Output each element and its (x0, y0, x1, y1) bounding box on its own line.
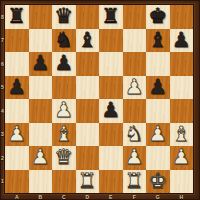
square-c8[interactable]: ♛ (52, 5, 76, 29)
white-pawn-g3-piece[interactable]: ♟ (148, 123, 167, 144)
square-e7[interactable] (99, 29, 123, 53)
square-c2[interactable]: ♛ (52, 146, 76, 170)
black-pawn-c6-piece[interactable]: ♟ (54, 53, 73, 74)
white-bishop-c3-piece[interactable]: ♝ (54, 123, 73, 144)
file-label-g: G (146, 193, 170, 200)
black-pawn-e4-piece[interactable]: ♟ (101, 100, 120, 121)
file-label-h: H (170, 193, 194, 200)
rank-label-8: 8 (0, 5, 5, 29)
square-h8[interactable] (170, 5, 194, 29)
square-f7[interactable] (123, 29, 147, 53)
square-b3[interactable] (29, 123, 53, 147)
square-c5[interactable] (52, 76, 76, 100)
white-knight-f3-piece[interactable]: ♞ (125, 123, 144, 144)
square-f6[interactable] (123, 52, 147, 76)
square-f1[interactable]: ♜ (123, 170, 147, 194)
rank-label-5: 5 (0, 76, 5, 100)
square-h4[interactable] (170, 99, 194, 123)
white-king-g1-piece[interactable]: ♚ (148, 170, 167, 191)
square-d1[interactable]: ♜ (76, 170, 100, 194)
rank-label-6: 6 (0, 52, 5, 76)
square-b4[interactable] (29, 99, 53, 123)
square-c6[interactable]: ♟ (52, 52, 76, 76)
file-label-d: D (76, 193, 100, 200)
black-king-g8-piece[interactable]: ♚ (148, 6, 167, 27)
square-d5[interactable] (76, 76, 100, 100)
square-a7[interactable] (5, 29, 29, 53)
square-f3[interactable]: ♞ (123, 123, 147, 147)
file-label-f: F (123, 193, 147, 200)
square-h7[interactable]: ♟ (170, 29, 194, 53)
square-f2[interactable]: ♟ (123, 146, 147, 170)
white-pawn-f2-piece[interactable]: ♟ (125, 147, 144, 168)
square-b8[interactable] (29, 5, 53, 29)
square-e8[interactable]: ♜ (99, 5, 123, 29)
black-pawn-h7-piece[interactable]: ♟ (172, 29, 191, 50)
square-e6[interactable] (99, 52, 123, 76)
square-h5[interactable] (170, 76, 194, 100)
square-d8[interactable] (76, 5, 100, 29)
rank-label-7: 7 (0, 29, 5, 53)
square-a5[interactable]: ♟ (5, 76, 29, 100)
square-d3[interactable] (76, 123, 100, 147)
square-c3[interactable]: ♝ (52, 123, 76, 147)
square-g6[interactable] (146, 52, 170, 76)
square-c1[interactable] (52, 170, 76, 194)
square-h3[interactable]: ♝ (170, 123, 194, 147)
black-bishop-g7-piece[interactable]: ♝ (148, 29, 167, 50)
white-pawn-h2-piece[interactable]: ♟ (172, 147, 191, 168)
square-h2[interactable]: ♟ (170, 146, 194, 170)
file-label-e: E (99, 193, 123, 200)
white-rook-f1-piece[interactable]: ♜ (125, 170, 144, 191)
white-bishop-h3-piece[interactable]: ♝ (172, 123, 191, 144)
square-b2[interactable]: ♟ (29, 146, 53, 170)
square-c4[interactable]: ♟ (52, 99, 76, 123)
square-c7[interactable]: ♞ (52, 29, 76, 53)
square-g4[interactable] (146, 99, 170, 123)
black-knight-c7-piece[interactable]: ♞ (54, 29, 73, 50)
black-queen-c8-piece[interactable]: ♛ (54, 6, 73, 27)
square-a4[interactable] (5, 99, 29, 123)
white-pawn-b2-piece[interactable]: ♟ (31, 147, 50, 168)
square-a8[interactable]: ♜ (5, 5, 29, 29)
file-label-a: A (5, 193, 29, 200)
rank-label-3: 3 (0, 123, 5, 147)
black-rook-a8-piece[interactable]: ♜ (7, 6, 26, 27)
file-label-c: C (52, 193, 76, 200)
square-d7[interactable]: ♝ (76, 29, 100, 53)
square-f5[interactable]: ♟ (123, 76, 147, 100)
chess-board: ♜♛♜♚♞♝♝♟♟♟♟♟♟♟♟♟♝♞♟♝♟♛♟♟♜♜♚ (5, 5, 193, 193)
square-f8[interactable] (123, 5, 147, 29)
square-b7[interactable] (29, 29, 53, 53)
rank-label-4: 4 (0, 99, 5, 123)
square-b1[interactable] (29, 170, 53, 194)
square-d4[interactable] (76, 99, 100, 123)
black-bishop-d7-piece[interactable]: ♝ (78, 29, 97, 50)
rank-label-1: 1 (0, 170, 5, 194)
square-a6[interactable] (5, 52, 29, 76)
rank-label-2: 2 (0, 146, 5, 170)
white-pawn-a3-piece[interactable]: ♟ (7, 123, 26, 144)
black-pawn-a5-piece[interactable]: ♟ (7, 76, 26, 97)
square-e2[interactable] (99, 146, 123, 170)
white-queen-c2-piece[interactable]: ♛ (54, 147, 73, 168)
square-e4[interactable]: ♟ (99, 99, 123, 123)
square-a1[interactable] (5, 170, 29, 194)
square-g2[interactable] (146, 146, 170, 170)
square-a2[interactable] (5, 146, 29, 170)
square-b6[interactable]: ♟ (29, 52, 53, 76)
square-g1[interactable]: ♚ (146, 170, 170, 194)
black-pawn-g5-piece[interactable]: ♟ (148, 76, 167, 97)
square-g3[interactable]: ♟ (146, 123, 170, 147)
square-h6[interactable] (170, 52, 194, 76)
square-d6[interactable] (76, 52, 100, 76)
white-rook-d1-piece[interactable]: ♜ (78, 170, 97, 191)
square-e3[interactable] (99, 123, 123, 147)
square-d2[interactable] (76, 146, 100, 170)
square-e5[interactable] (99, 76, 123, 100)
white-pawn-c4-piece[interactable]: ♟ (54, 100, 73, 121)
square-g5[interactable]: ♟ (146, 76, 170, 100)
white-pawn-f5-piece[interactable]: ♟ (125, 76, 144, 97)
chess-board-frame: ♜♛♜♚♞♝♝♟♟♟♟♟♟♟♟♟♝♞♟♝♟♛♟♟♜♜♚ 87654321 ABC… (0, 0, 200, 200)
black-pawn-b6-piece[interactable]: ♟ (31, 53, 50, 74)
square-f4[interactable] (123, 99, 147, 123)
square-g8[interactable]: ♚ (146, 5, 170, 29)
square-b5[interactable] (29, 76, 53, 100)
square-a3[interactable]: ♟ (5, 123, 29, 147)
square-g7[interactable]: ♝ (146, 29, 170, 53)
black-rook-e8-piece[interactable]: ♜ (101, 6, 120, 27)
file-label-b: B (29, 193, 53, 200)
square-h1[interactable] (170, 170, 194, 194)
square-e1[interactable] (99, 170, 123, 194)
